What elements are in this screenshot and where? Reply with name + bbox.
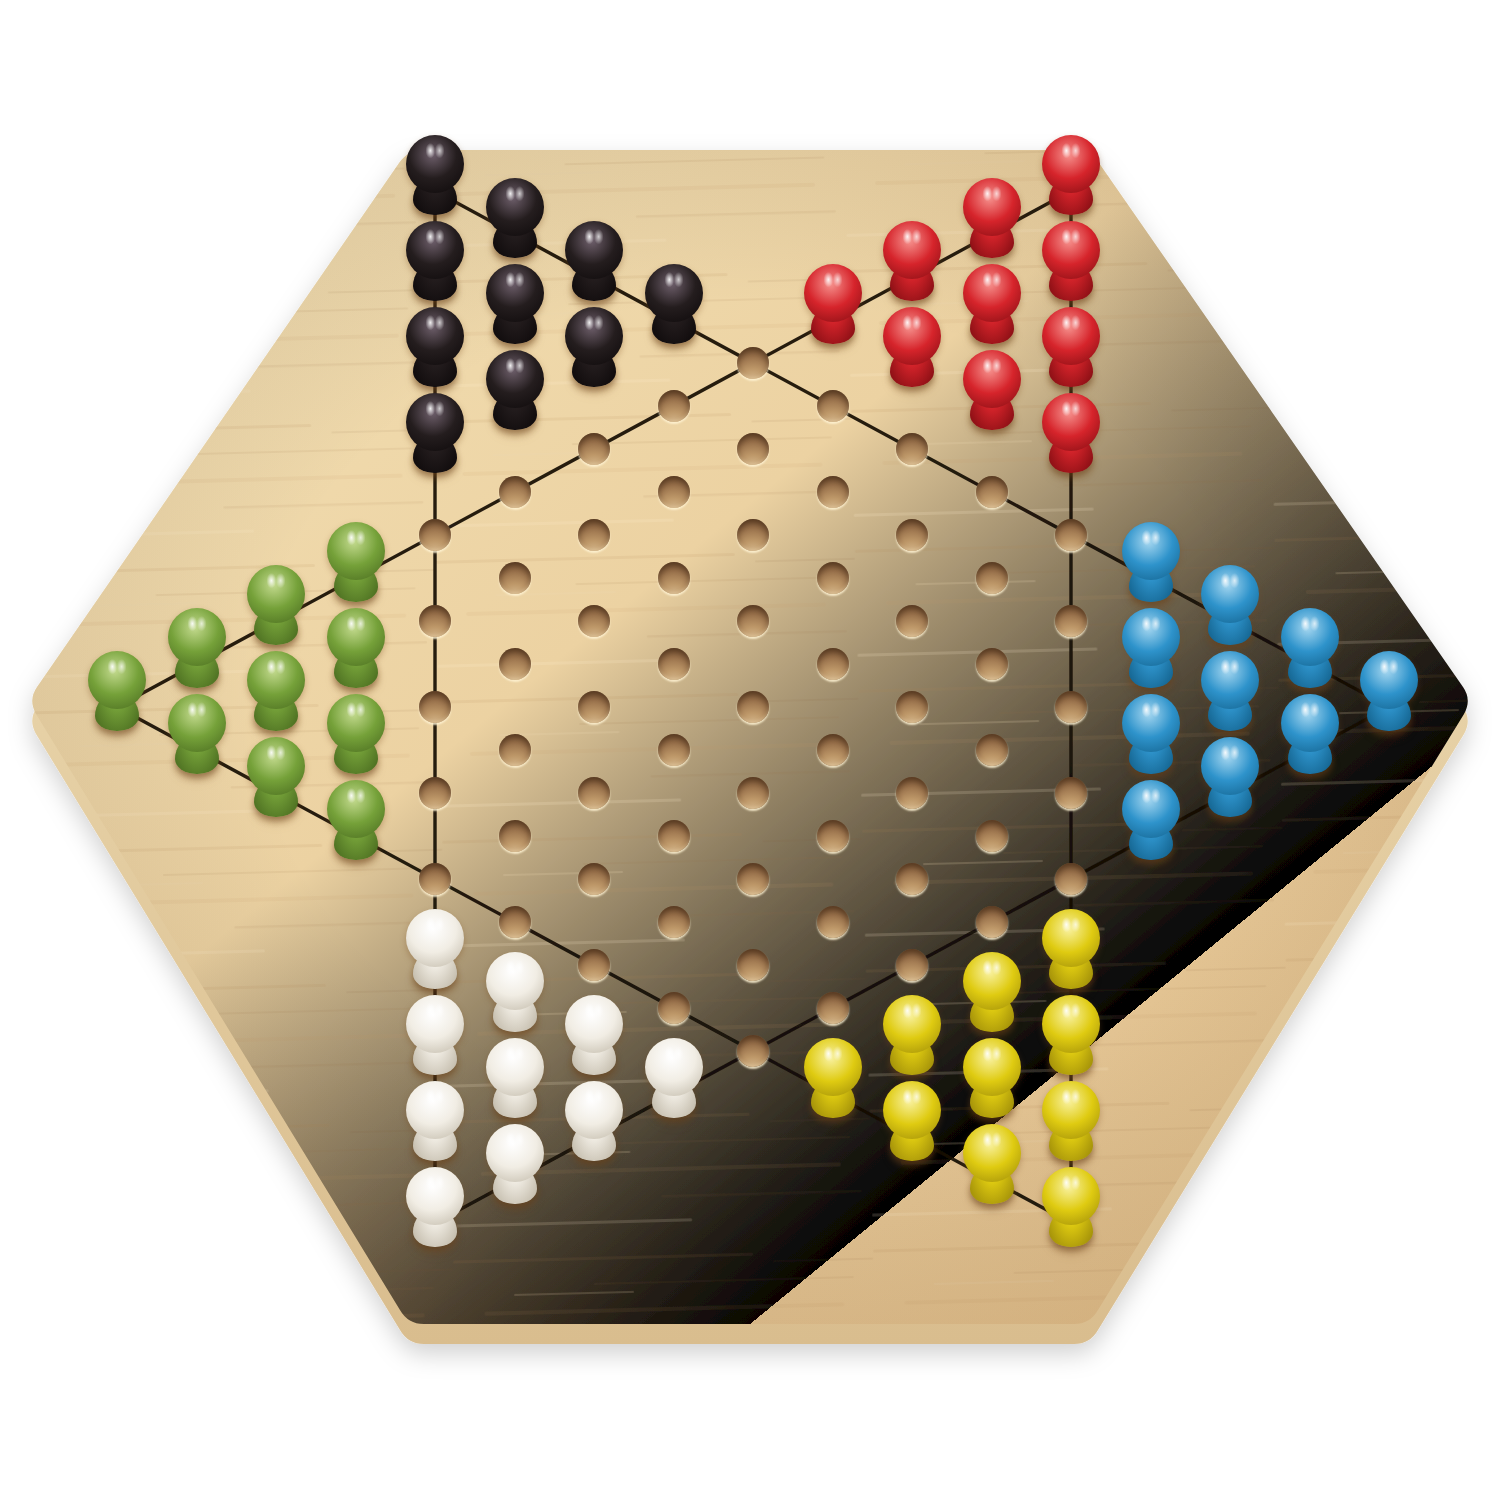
board-hole[interactable] — [578, 777, 610, 809]
peg-green[interactable] — [244, 651, 308, 731]
board-hole[interactable] — [578, 519, 610, 551]
peg-white[interactable] — [403, 1081, 467, 1161]
board-hole[interactable] — [896, 519, 928, 551]
peg-blue[interactable] — [1119, 694, 1183, 774]
peg-green[interactable] — [244, 737, 308, 817]
peg-white[interactable] — [483, 1124, 547, 1204]
board-hole[interactable] — [737, 347, 769, 379]
peg-green[interactable] — [324, 694, 388, 774]
peg-black[interactable] — [403, 393, 467, 473]
board-hole[interactable] — [578, 949, 610, 981]
peg-blue[interactable] — [1278, 608, 1342, 688]
peg-blue[interactable] — [1119, 780, 1183, 860]
board-hole[interactable] — [817, 390, 849, 422]
board-hole[interactable] — [737, 605, 769, 637]
peg-black[interactable] — [483, 178, 547, 258]
board-hole[interactable] — [817, 476, 849, 508]
board-hole[interactable] — [419, 605, 451, 637]
board-hole[interactable] — [658, 648, 690, 680]
peg-red[interactable] — [880, 307, 944, 387]
peg-red[interactable] — [880, 221, 944, 301]
peg-yellow[interactable] — [960, 952, 1024, 1032]
board-hole[interactable] — [737, 519, 769, 551]
peg-yellow[interactable] — [960, 1124, 1024, 1204]
board-hole[interactable] — [1055, 863, 1087, 895]
peg-white[interactable] — [562, 995, 626, 1075]
peg-yellow[interactable] — [1039, 1081, 1103, 1161]
peg-green[interactable] — [324, 780, 388, 860]
board-hole[interactable] — [737, 433, 769, 465]
board-hole[interactable] — [817, 648, 849, 680]
board-hole[interactable] — [976, 562, 1008, 594]
board-hole[interactable] — [896, 949, 928, 981]
board-hole[interactable] — [817, 734, 849, 766]
peg-white[interactable] — [403, 1167, 467, 1247]
board-hole[interactable] — [896, 433, 928, 465]
peg-blue[interactable] — [1198, 737, 1262, 817]
peg-red[interactable] — [801, 264, 865, 344]
board-hole[interactable] — [499, 820, 531, 852]
board-hole[interactable] — [499, 648, 531, 680]
board-hole[interactable] — [1055, 605, 1087, 637]
peg-black[interactable] — [562, 221, 626, 301]
peg-white[interactable] — [562, 1081, 626, 1161]
board-hole[interactable] — [1055, 777, 1087, 809]
peg-white[interactable] — [403, 909, 467, 989]
peg-green[interactable] — [165, 608, 229, 688]
board-hole[interactable] — [419, 519, 451, 551]
board-hole[interactable] — [578, 691, 610, 723]
peg-yellow[interactable] — [1039, 909, 1103, 989]
peg-black[interactable] — [562, 307, 626, 387]
peg-white[interactable] — [403, 995, 467, 1075]
board-hole[interactable] — [896, 605, 928, 637]
board-hole[interactable] — [976, 734, 1008, 766]
peg-red[interactable] — [1039, 307, 1103, 387]
peg-yellow[interactable] — [960, 1038, 1024, 1118]
peg-white[interactable] — [642, 1038, 706, 1118]
board-hole[interactable] — [896, 863, 928, 895]
peg-yellow[interactable] — [880, 1081, 944, 1161]
peg-red[interactable] — [960, 178, 1024, 258]
peg-black[interactable] — [642, 264, 706, 344]
peg-blue[interactable] — [1357, 651, 1421, 731]
board-hole[interactable] — [658, 906, 690, 938]
peg-blue[interactable] — [1198, 651, 1262, 731]
board-hole[interactable] — [1055, 691, 1087, 723]
board-hole[interactable] — [658, 820, 690, 852]
board-hole[interactable] — [737, 863, 769, 895]
peg-blue[interactable] — [1198, 565, 1262, 645]
board-hole[interactable] — [499, 476, 531, 508]
peg-yellow[interactable] — [801, 1038, 865, 1118]
board-hole[interactable] — [578, 605, 610, 637]
board-hole[interactable] — [976, 476, 1008, 508]
board-hole[interactable] — [896, 691, 928, 723]
peg-red[interactable] — [1039, 135, 1103, 215]
peg-green[interactable] — [244, 565, 308, 645]
board-hole[interactable] — [658, 390, 690, 422]
board-hole[interactable] — [737, 1035, 769, 1067]
board-hole[interactable] — [578, 433, 610, 465]
peg-green[interactable] — [324, 608, 388, 688]
peg-white[interactable] — [483, 1038, 547, 1118]
peg-green[interactable] — [85, 651, 149, 731]
chinese-checkers-board-photo — [0, 0, 1500, 1500]
peg-red[interactable] — [960, 350, 1024, 430]
peg-yellow[interactable] — [1039, 1167, 1103, 1247]
peg-green[interactable] — [165, 694, 229, 774]
board-hole[interactable] — [817, 562, 849, 594]
peg-yellow[interactable] — [1039, 995, 1103, 1075]
board-hole[interactable] — [578, 863, 610, 895]
board-hole[interactable] — [737, 691, 769, 723]
board-hole[interactable] — [896, 777, 928, 809]
board-hole[interactable] — [658, 476, 690, 508]
board-hole[interactable] — [419, 863, 451, 895]
peg-white[interactable] — [483, 952, 547, 1032]
peg-red[interactable] — [1039, 221, 1103, 301]
board-hole[interactable] — [419, 691, 451, 723]
peg-layer — [0, 0, 1500, 1500]
board-hole[interactable] — [658, 562, 690, 594]
board-hole[interactable] — [658, 992, 690, 1024]
peg-blue[interactable] — [1119, 522, 1183, 602]
peg-black[interactable] — [403, 307, 467, 387]
peg-black[interactable] — [403, 135, 467, 215]
board-hole[interactable] — [976, 820, 1008, 852]
board-hole[interactable] — [658, 734, 690, 766]
board-hole[interactable] — [499, 906, 531, 938]
board-hole[interactable] — [817, 906, 849, 938]
peg-black[interactable] — [483, 264, 547, 344]
board-hole[interactable] — [1055, 519, 1087, 551]
board-hole[interactable] — [976, 648, 1008, 680]
board-hole[interactable] — [419, 777, 451, 809]
peg-blue[interactable] — [1119, 608, 1183, 688]
peg-green[interactable] — [324, 522, 388, 602]
peg-black[interactable] — [403, 221, 467, 301]
board-hole[interactable] — [817, 992, 849, 1024]
peg-red[interactable] — [960, 264, 1024, 344]
peg-black[interactable] — [483, 350, 547, 430]
board-hole[interactable] — [499, 734, 531, 766]
board-hole[interactable] — [737, 949, 769, 981]
board-hole[interactable] — [976, 906, 1008, 938]
peg-yellow[interactable] — [880, 995, 944, 1075]
board-hole[interactable] — [817, 820, 849, 852]
board-hole[interactable] — [737, 777, 769, 809]
peg-red[interactable] — [1039, 393, 1103, 473]
board-hole[interactable] — [499, 562, 531, 594]
peg-blue[interactable] — [1278, 694, 1342, 774]
